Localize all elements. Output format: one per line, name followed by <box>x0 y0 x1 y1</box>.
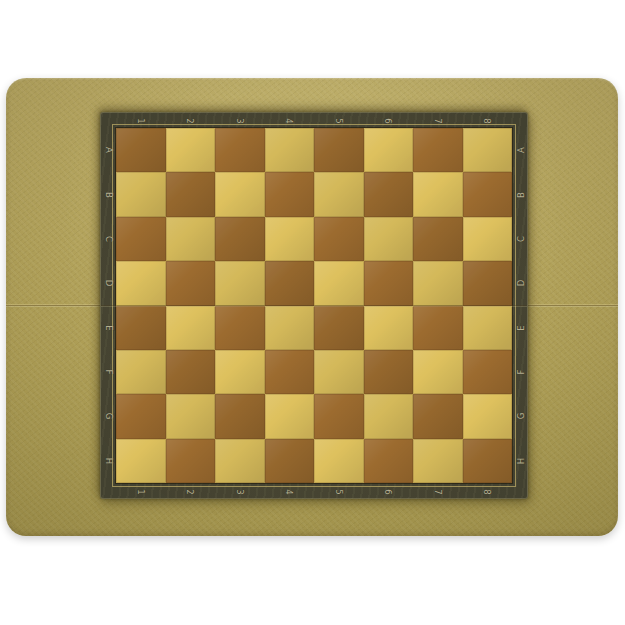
square-G5 <box>314 394 364 438</box>
coord-top-6: 6 <box>384 118 393 123</box>
square-G4 <box>265 394 315 438</box>
coord-right-B: B <box>517 192 526 198</box>
square-H3 <box>215 439 265 483</box>
coord-left-C: C <box>105 236 114 242</box>
coord-right-H: H <box>517 458 526 464</box>
square-G3 <box>215 394 265 438</box>
square-C6 <box>364 217 414 261</box>
square-A7 <box>413 128 463 172</box>
square-B8 <box>463 172 513 216</box>
coord-top-2: 2 <box>186 118 195 123</box>
square-D6 <box>364 261 414 305</box>
photo-background: 12345678 12345678 ABCDEFGH ABCDEFGH <box>0 0 625 625</box>
coord-top-7: 7 <box>434 118 443 123</box>
square-G7 <box>413 394 463 438</box>
square-F5 <box>314 350 364 394</box>
square-E8 <box>463 306 513 350</box>
coord-bottom-6: 6 <box>384 489 393 494</box>
board-mat: 12345678 12345678 ABCDEFGH ABCDEFGH <box>6 78 618 536</box>
square-D3 <box>215 261 265 305</box>
square-A2 <box>166 128 216 172</box>
square-B1 <box>116 172 166 216</box>
coord-top-8: 8 <box>483 118 492 123</box>
coord-bottom-4: 4 <box>285 489 294 494</box>
square-E4 <box>265 306 315 350</box>
squares-grid <box>116 128 512 483</box>
square-F7 <box>413 350 463 394</box>
coord-bottom-8: 8 <box>483 489 492 494</box>
square-D7 <box>413 261 463 305</box>
square-F3 <box>215 350 265 394</box>
square-F8 <box>463 350 513 394</box>
coord-left-E: E <box>105 325 114 330</box>
square-F6 <box>364 350 414 394</box>
coord-bottom-5: 5 <box>335 489 344 494</box>
square-E2 <box>166 306 216 350</box>
square-C7 <box>413 217 463 261</box>
coord-left-B: B <box>105 192 114 198</box>
square-H7 <box>413 439 463 483</box>
square-H6 <box>364 439 414 483</box>
square-D5 <box>314 261 364 305</box>
square-G8 <box>463 394 513 438</box>
square-F4 <box>265 350 315 394</box>
square-A3 <box>215 128 265 172</box>
square-C8 <box>463 217 513 261</box>
square-D8 <box>463 261 513 305</box>
square-B3 <box>215 172 265 216</box>
square-A6 <box>364 128 414 172</box>
square-C2 <box>166 217 216 261</box>
square-D2 <box>166 261 216 305</box>
square-H1 <box>116 439 166 483</box>
chessboard: 12345678 12345678 ABCDEFGH ABCDEFGH <box>100 112 528 499</box>
square-A8 <box>463 128 513 172</box>
coord-left-A: A <box>105 147 114 153</box>
coord-right-C: C <box>517 236 526 242</box>
square-A4 <box>265 128 315 172</box>
coord-left-F: F <box>105 370 114 375</box>
square-C3 <box>215 217 265 261</box>
coord-bottom-3: 3 <box>236 489 245 494</box>
square-D4 <box>265 261 315 305</box>
coord-top-1: 1 <box>137 118 146 123</box>
coord-left-G: G <box>105 413 114 420</box>
coord-top-3: 3 <box>236 118 245 123</box>
square-E3 <box>215 306 265 350</box>
square-F1 <box>116 350 166 394</box>
square-H2 <box>166 439 216 483</box>
square-E1 <box>116 306 166 350</box>
square-B5 <box>314 172 364 216</box>
square-H5 <box>314 439 364 483</box>
coord-bottom-1: 1 <box>137 489 146 494</box>
square-E6 <box>364 306 414 350</box>
square-C4 <box>265 217 315 261</box>
square-G6 <box>364 394 414 438</box>
square-H8 <box>463 439 513 483</box>
square-H4 <box>265 439 315 483</box>
square-A5 <box>314 128 364 172</box>
coord-right-E: E <box>517 325 526 330</box>
square-B4 <box>265 172 315 216</box>
square-D1 <box>116 261 166 305</box>
square-A1 <box>116 128 166 172</box>
square-E7 <box>413 306 463 350</box>
square-C5 <box>314 217 364 261</box>
square-F2 <box>166 350 216 394</box>
coord-right-A: A <box>517 147 526 153</box>
square-G2 <box>166 394 216 438</box>
square-B2 <box>166 172 216 216</box>
square-C1 <box>116 217 166 261</box>
square-E5 <box>314 306 364 350</box>
coord-right-G: G <box>517 413 526 420</box>
coord-bottom-7: 7 <box>434 489 443 494</box>
coord-right-D: D <box>517 280 526 287</box>
coord-top-5: 5 <box>335 118 344 123</box>
square-G1 <box>116 394 166 438</box>
coord-top-4: 4 <box>285 118 294 123</box>
coord-left-H: H <box>105 458 114 464</box>
square-B6 <box>364 172 414 216</box>
coord-left-D: D <box>105 280 114 287</box>
coord-bottom-2: 2 <box>186 489 195 494</box>
square-B7 <box>413 172 463 216</box>
coord-right-F: F <box>517 370 526 375</box>
